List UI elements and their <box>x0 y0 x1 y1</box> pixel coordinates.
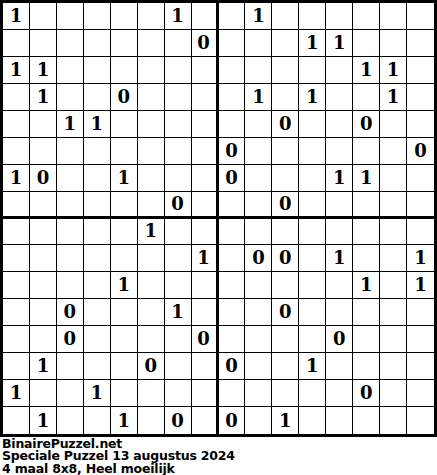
given-cell-r1c7: 1 <box>165 3 192 30</box>
empty-cell-r11c9[interactable] <box>219 272 246 299</box>
given-cell-r13c3: 0 <box>57 326 84 353</box>
empty-cell-r3c6[interactable] <box>138 57 165 84</box>
empty-cell-r9c14[interactable] <box>353 219 380 246</box>
empty-cell-r15c16[interactable] <box>407 380 434 407</box>
given-cell-r16c2: 1 <box>30 407 57 434</box>
empty-cell-r9c2[interactable] <box>30 219 57 246</box>
empty-cell-r12c1[interactable] <box>3 299 30 326</box>
empty-cell-r16c10[interactable] <box>245 407 272 434</box>
empty-cell-r1c2[interactable] <box>30 3 57 30</box>
given-cell-r7c2: 0 <box>30 165 57 192</box>
empty-cell-r2c11[interactable] <box>272 30 299 57</box>
empty-cell-r3c10[interactable] <box>245 57 272 84</box>
empty-cell-r4c7[interactable] <box>165 84 192 111</box>
given-cell-r16c5: 1 <box>111 407 138 434</box>
empty-cell-r10c6[interactable] <box>138 245 165 272</box>
empty-cell-r15c6[interactable] <box>138 380 165 407</box>
empty-cell-r15c5[interactable] <box>111 380 138 407</box>
given-cell-r12c7: 1 <box>165 299 192 326</box>
empty-cell-r6c8[interactable] <box>192 138 219 165</box>
empty-cell-r8c3[interactable] <box>57 192 84 219</box>
empty-cell-r1c13[interactable] <box>326 3 353 30</box>
given-cell-r2c13: 1 <box>326 30 353 57</box>
empty-cell-r4c8[interactable] <box>192 84 219 111</box>
given-cell-r6c16: 0 <box>407 138 434 165</box>
empty-cell-r1c15[interactable] <box>380 3 407 30</box>
empty-cell-r5c8[interactable] <box>192 111 219 138</box>
empty-cell-r2c9[interactable] <box>219 30 246 57</box>
empty-cell-r4c13[interactable] <box>326 84 353 111</box>
given-cell-r4c15: 1 <box>380 84 407 111</box>
empty-cell-r11c13[interactable] <box>326 272 353 299</box>
given-cell-r11c5: 1 <box>111 272 138 299</box>
empty-cell-r1c4[interactable] <box>84 3 111 30</box>
empty-cell-r10c15[interactable] <box>380 245 407 272</box>
empty-cell-r1c6[interactable] <box>138 3 165 30</box>
given-cell-r10c13: 1 <box>326 245 353 272</box>
given-cell-r7c13: 1 <box>326 165 353 192</box>
empty-cell-r6c6[interactable] <box>138 138 165 165</box>
empty-cell-r12c9[interactable] <box>219 299 246 326</box>
empty-cell-r8c1[interactable] <box>3 192 30 219</box>
given-cell-r14c6: 0 <box>138 353 165 380</box>
empty-cell-r6c14[interactable] <box>353 138 380 165</box>
given-cell-r12c3: 0 <box>57 299 84 326</box>
given-cell-r3c2: 1 <box>30 57 57 84</box>
given-cell-r11c16: 1 <box>407 272 434 299</box>
empty-cell-r6c5[interactable] <box>111 138 138 165</box>
given-cell-r15c1: 1 <box>3 380 30 407</box>
empty-cell-r12c4[interactable] <box>84 299 111 326</box>
given-cell-r7c9: 0 <box>219 165 246 192</box>
empty-cell-r11c7[interactable] <box>165 272 192 299</box>
empty-cell-r8c13[interactable] <box>326 192 353 219</box>
empty-cell-r3c16[interactable] <box>407 57 434 84</box>
empty-cell-r1c5[interactable] <box>111 3 138 30</box>
empty-cell-r13c11[interactable] <box>272 326 299 353</box>
empty-cell-r11c10[interactable] <box>245 272 272 299</box>
empty-cell-r7c8[interactable] <box>192 165 219 192</box>
empty-cell-r9c5[interactable] <box>111 219 138 246</box>
empty-cell-r9c16[interactable] <box>407 219 434 246</box>
given-cell-r4c2: 1 <box>30 84 57 111</box>
given-cell-r16c9: 0 <box>219 407 246 434</box>
empty-cell-r15c8[interactable] <box>192 380 219 407</box>
empty-cell-r11c4[interactable] <box>84 272 111 299</box>
empty-cell-r7c15[interactable] <box>380 165 407 192</box>
given-cell-r16c11: 1 <box>272 407 299 434</box>
empty-cell-r13c15[interactable] <box>380 326 407 353</box>
empty-cell-r14c13[interactable] <box>326 353 353 380</box>
given-cell-r3c14: 1 <box>353 57 380 84</box>
empty-cell-r9c13[interactable] <box>326 219 353 246</box>
empty-cell-r11c1[interactable] <box>3 272 30 299</box>
empty-cell-r7c16[interactable] <box>407 165 434 192</box>
empty-cell-r14c3[interactable] <box>57 353 84 380</box>
empty-cell-r13c5[interactable] <box>111 326 138 353</box>
empty-cell-r9c10[interactable] <box>245 219 272 246</box>
empty-cell-r1c14[interactable] <box>353 3 380 30</box>
given-cell-r15c14: 0 <box>353 380 380 407</box>
empty-cell-r8c10[interactable] <box>245 192 272 219</box>
empty-cell-r7c6[interactable] <box>138 165 165 192</box>
empty-cell-r11c3[interactable] <box>57 272 84 299</box>
empty-cell-r2c15[interactable] <box>380 30 407 57</box>
empty-cell-r9c15[interactable] <box>380 219 407 246</box>
empty-cell-r10c14[interactable] <box>353 245 380 272</box>
empty-cell-r5c10[interactable] <box>245 111 272 138</box>
empty-cell-r16c3[interactable] <box>57 407 84 434</box>
empty-cell-r14c7[interactable] <box>165 353 192 380</box>
empty-cell-r3c9[interactable] <box>219 57 246 84</box>
empty-cell-r10c9[interactable] <box>219 245 246 272</box>
empty-cell-r16c15[interactable] <box>380 407 407 434</box>
empty-cell-r14c5[interactable] <box>111 353 138 380</box>
empty-cell-r7c3[interactable] <box>57 165 84 192</box>
empty-cell-r10c3[interactable] <box>57 245 84 272</box>
given-cell-r5c11: 0 <box>272 111 299 138</box>
empty-cell-r15c7[interactable] <box>165 380 192 407</box>
empty-cell-r3c7[interactable] <box>165 57 192 84</box>
empty-cell-r2c3[interactable] <box>57 30 84 57</box>
empty-cell-r13c4[interactable] <box>84 326 111 353</box>
empty-cell-r6c7[interactable] <box>165 138 192 165</box>
empty-cell-r14c14[interactable] <box>353 353 380 380</box>
given-cell-r9c6: 1 <box>138 219 165 246</box>
empty-cell-r13c2[interactable] <box>30 326 57 353</box>
empty-cell-r15c11[interactable] <box>272 380 299 407</box>
empty-cell-r3c8[interactable] <box>192 57 219 84</box>
empty-cell-r15c9[interactable] <box>219 380 246 407</box>
empty-cell-r12c6[interactable] <box>138 299 165 326</box>
given-cell-r12c11: 0 <box>272 299 299 326</box>
empty-cell-r14c15[interactable] <box>380 353 407 380</box>
given-cell-r7c1: 1 <box>3 165 30 192</box>
empty-cell-r16c1[interactable] <box>3 407 30 434</box>
empty-cell-r1c16[interactable] <box>407 3 434 30</box>
given-cell-r13c8: 0 <box>192 326 219 353</box>
empty-cell-r12c12[interactable] <box>299 299 326 326</box>
empty-cell-r16c12[interactable] <box>299 407 326 434</box>
given-cell-r14c12: 1 <box>299 353 326 380</box>
given-cell-r4c10: 1 <box>245 84 272 111</box>
empty-cell-r8c12[interactable] <box>299 192 326 219</box>
empty-cell-r2c5[interactable] <box>111 30 138 57</box>
empty-cell-r10c1[interactable] <box>3 245 30 272</box>
empty-cell-r3c12[interactable] <box>299 57 326 84</box>
empty-cell-r5c1[interactable] <box>3 111 30 138</box>
empty-cell-r6c1[interactable] <box>3 138 30 165</box>
empty-cell-r5c2[interactable] <box>30 111 57 138</box>
empty-cell-r12c13[interactable] <box>326 299 353 326</box>
empty-cell-r6c12[interactable] <box>299 138 326 165</box>
empty-cell-r10c5[interactable] <box>111 245 138 272</box>
given-cell-r10c11: 0 <box>272 245 299 272</box>
empty-cell-r5c7[interactable] <box>165 111 192 138</box>
empty-cell-r4c1[interactable] <box>3 84 30 111</box>
empty-cell-r10c7[interactable] <box>165 245 192 272</box>
empty-cell-r1c12[interactable] <box>299 3 326 30</box>
empty-cell-r3c3[interactable] <box>57 57 84 84</box>
empty-cell-r8c2[interactable] <box>30 192 57 219</box>
empty-cell-r12c15[interactable] <box>380 299 407 326</box>
empty-cell-r10c2[interactable] <box>30 245 57 272</box>
empty-cell-r5c16[interactable] <box>407 111 434 138</box>
empty-cell-r1c8[interactable] <box>192 3 219 30</box>
empty-cell-r13c16[interactable] <box>407 326 434 353</box>
empty-cell-r6c2[interactable] <box>30 138 57 165</box>
empty-cell-r9c4[interactable] <box>84 219 111 246</box>
empty-cell-r5c5[interactable] <box>111 111 138 138</box>
empty-cell-r11c8[interactable] <box>192 272 219 299</box>
empty-cell-r8c5[interactable] <box>111 192 138 219</box>
empty-cell-r7c4[interactable] <box>84 165 111 192</box>
empty-cell-r3c13[interactable] <box>326 57 353 84</box>
given-cell-r10c16: 1 <box>407 245 434 272</box>
given-cell-r7c14: 1 <box>353 165 380 192</box>
empty-cell-r16c4[interactable] <box>84 407 111 434</box>
empty-cell-r2c16[interactable] <box>407 30 434 57</box>
empty-cell-r1c9[interactable] <box>219 3 246 30</box>
empty-cell-r11c2[interactable] <box>30 272 57 299</box>
empty-cell-r15c2[interactable] <box>30 380 57 407</box>
empty-cell-r4c14[interactable] <box>353 84 380 111</box>
empty-cell-r11c15[interactable] <box>380 272 407 299</box>
empty-cell-r4c3[interactable] <box>57 84 84 111</box>
empty-cell-r9c9[interactable] <box>219 219 246 246</box>
empty-cell-r13c1[interactable] <box>3 326 30 353</box>
empty-cell-r9c3[interactable] <box>57 219 84 246</box>
given-cell-r15c4: 1 <box>84 380 111 407</box>
empty-cell-r11c6[interactable] <box>138 272 165 299</box>
empty-cell-r5c9[interactable] <box>219 111 246 138</box>
empty-cell-r8c16[interactable] <box>407 192 434 219</box>
empty-cell-r6c13[interactable] <box>326 138 353 165</box>
empty-cell-r16c14[interactable] <box>353 407 380 434</box>
given-cell-r4c5: 0 <box>111 84 138 111</box>
given-cell-r10c8: 1 <box>192 245 219 272</box>
empty-cell-r8c14[interactable] <box>353 192 380 219</box>
empty-cell-r7c11[interactable] <box>272 165 299 192</box>
given-cell-r5c14: 0 <box>353 111 380 138</box>
given-cell-r1c10: 1 <box>245 3 272 30</box>
empty-cell-r12c14[interactable] <box>353 299 380 326</box>
empty-cell-r1c11[interactable] <box>272 3 299 30</box>
empty-cell-r2c6[interactable] <box>138 30 165 57</box>
empty-cell-r16c6[interactable] <box>138 407 165 434</box>
given-cell-r14c2: 1 <box>30 353 57 380</box>
puzzle-board: 1110111111101111100001010110011001111101… <box>0 0 437 437</box>
empty-cell-r6c3[interactable] <box>57 138 84 165</box>
empty-cell-r4c9[interactable] <box>219 84 246 111</box>
empty-cell-r14c1[interactable] <box>3 353 30 380</box>
empty-cell-r15c13[interactable] <box>326 380 353 407</box>
empty-cell-r10c4[interactable] <box>84 245 111 272</box>
empty-cell-r16c8[interactable] <box>192 407 219 434</box>
empty-cell-r5c15[interactable] <box>380 111 407 138</box>
empty-cell-r15c15[interactable] <box>380 380 407 407</box>
empty-cell-r9c12[interactable] <box>299 219 326 246</box>
empty-cell-r9c11[interactable] <box>272 219 299 246</box>
empty-cell-r3c4[interactable] <box>84 57 111 84</box>
given-cell-r6c9: 0 <box>219 138 246 165</box>
empty-cell-r3c5[interactable] <box>111 57 138 84</box>
empty-cell-r9c7[interactable] <box>165 219 192 246</box>
given-cell-r1c1: 1 <box>3 3 30 30</box>
empty-cell-r7c10[interactable] <box>245 165 272 192</box>
empty-cell-r6c11[interactable] <box>272 138 299 165</box>
empty-cell-r14c4[interactable] <box>84 353 111 380</box>
empty-cell-r1c3[interactable] <box>57 3 84 30</box>
empty-cell-r14c11[interactable] <box>272 353 299 380</box>
empty-cell-r12c10[interactable] <box>245 299 272 326</box>
empty-cell-r4c11[interactable] <box>272 84 299 111</box>
given-cell-r10c10: 0 <box>245 245 272 272</box>
empty-cell-r16c13[interactable] <box>326 407 353 434</box>
empty-cell-r11c11[interactable] <box>272 272 299 299</box>
empty-cell-r12c5[interactable] <box>111 299 138 326</box>
given-cell-r11c14: 1 <box>353 272 380 299</box>
given-cell-r14c9: 0 <box>219 353 246 380</box>
given-cell-r3c15: 1 <box>380 57 407 84</box>
empty-cell-r8c4[interactable] <box>84 192 111 219</box>
puzzle-subtitle: 4 maal 8x8, Heel moeilijk <box>2 463 437 475</box>
empty-cell-r5c12[interactable] <box>299 111 326 138</box>
empty-cell-r5c6[interactable] <box>138 111 165 138</box>
empty-cell-r2c2[interactable] <box>30 30 57 57</box>
given-cell-r8c7: 0 <box>165 192 192 219</box>
empty-cell-r13c9[interactable] <box>219 326 246 353</box>
empty-cell-r15c3[interactable] <box>57 380 84 407</box>
empty-cell-r14c8[interactable] <box>192 353 219 380</box>
empty-cell-r6c15[interactable] <box>380 138 407 165</box>
given-cell-r8c11: 0 <box>272 192 299 219</box>
empty-cell-r13c7[interactable] <box>165 326 192 353</box>
empty-cell-r4c4[interactable] <box>84 84 111 111</box>
given-cell-r2c12: 1 <box>299 30 326 57</box>
empty-cell-r2c7[interactable] <box>165 30 192 57</box>
empty-cell-r5c13[interactable] <box>326 111 353 138</box>
empty-cell-r14c10[interactable] <box>245 353 272 380</box>
empty-cell-r13c10[interactable] <box>245 326 272 353</box>
empty-cell-r2c4[interactable] <box>84 30 111 57</box>
footer: BinairePuzzel.net Speciale Puzzel 13 aug… <box>0 437 437 475</box>
empty-cell-r12c8[interactable] <box>192 299 219 326</box>
empty-cell-r12c16[interactable] <box>407 299 434 326</box>
given-cell-r13c13: 0 <box>326 326 353 353</box>
given-cell-r16c7: 0 <box>165 407 192 434</box>
empty-cell-r4c6[interactable] <box>138 84 165 111</box>
empty-cell-r13c6[interactable] <box>138 326 165 353</box>
empty-cell-r7c12[interactable] <box>299 165 326 192</box>
empty-cell-r6c4[interactable] <box>84 138 111 165</box>
puzzle-page: 1110111111101111100001010110011001111101… <box>0 0 437 475</box>
given-cell-r5c4: 1 <box>84 111 111 138</box>
empty-cell-r16c16[interactable] <box>407 407 434 434</box>
empty-cell-r15c10[interactable] <box>245 380 272 407</box>
given-cell-r3c1: 1 <box>3 57 30 84</box>
empty-cell-r8c15[interactable] <box>380 192 407 219</box>
empty-cell-r11c12[interactable] <box>299 272 326 299</box>
empty-cell-r8c9[interactable] <box>219 192 246 219</box>
empty-cell-r15c12[interactable] <box>299 380 326 407</box>
empty-cell-r13c12[interactable] <box>299 326 326 353</box>
empty-cell-r2c10[interactable] <box>245 30 272 57</box>
empty-cell-r4c16[interactable] <box>407 84 434 111</box>
empty-cell-r9c8[interactable] <box>192 219 219 246</box>
empty-cell-r12c2[interactable] <box>30 299 57 326</box>
given-cell-r5c3: 1 <box>57 111 84 138</box>
empty-cell-r2c1[interactable] <box>3 30 30 57</box>
given-cell-r4c12: 1 <box>299 84 326 111</box>
empty-cell-r8c6[interactable] <box>138 192 165 219</box>
given-cell-r7c5: 1 <box>111 165 138 192</box>
empty-cell-r2c14[interactable] <box>353 30 380 57</box>
empty-cell-r10c12[interactable] <box>299 245 326 272</box>
empty-cell-r14c16[interactable] <box>407 353 434 380</box>
empty-cell-r7c7[interactable] <box>165 165 192 192</box>
empty-cell-r9c1[interactable] <box>3 219 30 246</box>
empty-cell-r3c11[interactable] <box>272 57 299 84</box>
empty-cell-r8c8[interactable] <box>192 192 219 219</box>
given-cell-r2c8: 0 <box>192 30 219 57</box>
empty-cell-r6c10[interactable] <box>245 138 272 165</box>
empty-cell-r13c14[interactable] <box>353 326 380 353</box>
